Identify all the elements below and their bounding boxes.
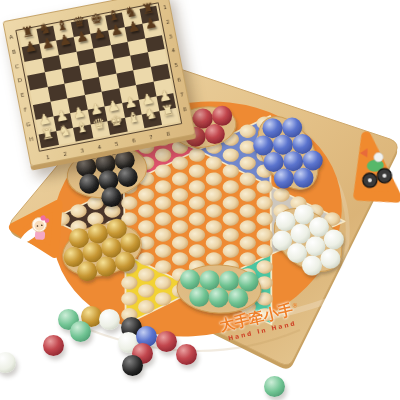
chess-rank-label: A	[8, 34, 14, 40]
marble-black[interactable]	[79, 174, 99, 194]
marble-green[interactable]	[219, 271, 239, 291]
chess-file-label: 6	[176, 77, 182, 83]
chess-file-label: 7	[148, 135, 154, 141]
chess-grid: ♜♞♝♛♚♝♞♜♟♟♟♟♟♟♟♟♟♟♟♟♟♟♟♟♜♞♝♛♚♝♞♜	[19, 6, 179, 149]
chess-file-label: 1	[45, 155, 51, 161]
chess-file-label: 8	[182, 106, 188, 112]
chess-file-label: 4	[96, 145, 102, 151]
marble-green[interactable]	[189, 287, 209, 307]
registered-mark: ®	[291, 301, 298, 309]
marble-gold[interactable]	[115, 252, 135, 272]
chess-file-label: 5	[113, 141, 119, 147]
chess-piece-dark-knight[interactable]: ♞	[35, 21, 54, 36]
chess-rank-label: B	[11, 49, 17, 55]
marble-blue[interactable]	[264, 152, 284, 172]
chess-piece-dark-king[interactable]: ♚	[87, 11, 106, 26]
marble-black[interactable]	[118, 167, 138, 187]
marble-blue[interactable]	[274, 169, 294, 189]
chess-rank-label: F	[22, 107, 28, 113]
chess-piece-dark-bishop[interactable]: ♝	[52, 18, 71, 33]
marble-white[interactable]	[324, 230, 344, 250]
marble-gold[interactable]	[77, 261, 97, 281]
loose-marble-red[interactable]	[176, 344, 197, 365]
chess-file-label: 2	[62, 151, 68, 157]
chess-rank-label: D	[17, 78, 23, 84]
marble-green[interactable]	[239, 272, 259, 292]
chess-file-label: 3	[167, 34, 173, 40]
loose-marble-white[interactable]	[99, 309, 120, 330]
loose-marble-green[interactable]	[264, 376, 285, 397]
loose-marble-red[interactable]	[43, 335, 64, 356]
chess-rank-label: H	[28, 136, 34, 142]
marble-blue[interactable]	[253, 135, 273, 155]
chess-file-label: 6	[131, 138, 137, 144]
marble-black[interactable]	[98, 170, 118, 190]
chess-file-label: 7	[179, 92, 185, 98]
marble-red[interactable]	[205, 124, 225, 144]
chess-piece-dark-bishop[interactable]: ♝	[104, 8, 123, 23]
marble-blue[interactable]	[273, 135, 293, 155]
loose-marble-green[interactable]	[70, 321, 91, 342]
marble-green[interactable]	[180, 269, 200, 289]
chess-square[interactable]: ♜	[159, 107, 179, 125]
marble-green[interactable]	[228, 288, 248, 308]
chess-piece-dark-rook[interactable]: ♜	[18, 24, 37, 39]
loose-marble-red[interactable]	[156, 331, 177, 352]
marble-red[interactable]	[212, 106, 232, 126]
marble-white[interactable]	[302, 256, 322, 276]
marble-black[interactable]	[115, 150, 135, 170]
chess-rank-label: G	[25, 122, 31, 128]
scene: 大手牵小手® Hand In Hand ABCDEFGH 12345678 12…	[0, 0, 400, 400]
chess-rank-label: E	[19, 93, 25, 99]
marble-black[interactable]	[101, 187, 121, 207]
chess-piece-dark-queen[interactable]: ♛	[69, 14, 88, 29]
marble-blue[interactable]	[283, 151, 303, 171]
marble-black[interactable]	[76, 157, 96, 177]
loose-marble-white[interactable]	[0, 352, 16, 373]
chess-file-label: 5	[173, 63, 179, 69]
chess-file-label: 1	[162, 5, 168, 11]
marble-green[interactable]	[209, 287, 229, 307]
marble-gold[interactable]	[120, 233, 140, 253]
marble-blue[interactable]	[262, 118, 282, 138]
marble-blue[interactable]	[282, 117, 302, 137]
marble-blue[interactable]	[294, 168, 314, 188]
marble-black[interactable]	[96, 154, 116, 174]
chess-rank-label: C	[14, 64, 20, 70]
marble-blue[interactable]	[303, 151, 323, 171]
marble-white[interactable]	[320, 249, 340, 269]
chess-file-label: 8	[165, 131, 171, 137]
chess-inner-frame: ♜♞♝♛♚♝♞♜♟♟♟♟♟♟♟♟♟♟♟♟♟♟♟♟♜♞♝♛♚♝♞♜	[15, 2, 182, 152]
chess-file-label: 2	[165, 19, 171, 25]
marble-gold[interactable]	[96, 256, 116, 276]
marble-green[interactable]	[200, 270, 220, 290]
marble-blue[interactable]	[292, 134, 312, 154]
chess-piece-dark-rook[interactable]: ♜	[138, 1, 157, 16]
loose-marble-black[interactable]	[122, 355, 143, 376]
chess-file-label: 4	[170, 48, 176, 54]
chess-piece-dark-knight[interactable]: ♞	[121, 4, 140, 19]
chess-file-label: 3	[79, 148, 85, 154]
